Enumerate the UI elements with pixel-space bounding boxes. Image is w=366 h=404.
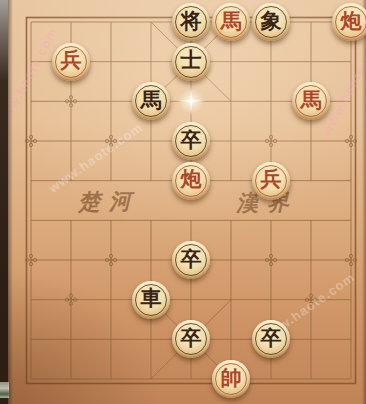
piece-black-elephant[interactable]: 象 (252, 3, 290, 41)
piece-black-advisor[interactable]: 士 (172, 43, 210, 81)
piece-glyph: 炮 (181, 169, 202, 190)
window-right-edge-shadow (362, 0, 366, 404)
piece-glyph: 兵 (261, 169, 282, 190)
piece-black-general[interactable]: 将 (172, 3, 210, 41)
piece-glyph: 車 (141, 288, 162, 309)
piece-glyph: 帥 (221, 368, 242, 389)
move-sparkle-effect (178, 88, 204, 114)
piece-glyph: 兵 (61, 50, 82, 71)
xiangqi-board[interactable]: 将馬象炮兵士馬馬卒炮兵卒車卒卒帥 (0, 0, 366, 404)
piece-red-cannon[interactable]: 炮 (332, 3, 366, 41)
piece-glyph: 馬 (141, 90, 162, 111)
piece-red-cannon[interactable]: 炮 (172, 162, 210, 200)
piece-red-general[interactable]: 帥 (212, 360, 250, 398)
window-left-edge-shadow (8, 0, 13, 404)
piece-glyph: 馬 (301, 90, 322, 111)
piece-glyph: 馬 (221, 11, 242, 32)
watermark-artifact (0, 382, 9, 398)
piece-glyph: 象 (261, 11, 282, 32)
piece-black-chariot[interactable]: 車 (132, 281, 170, 319)
piece-glyph: 卒 (181, 249, 202, 270)
piece-red-soldier[interactable]: 兵 (252, 162, 290, 200)
piece-black-horse[interactable]: 馬 (132, 82, 170, 120)
piece-glyph: 将 (181, 11, 202, 32)
xiangqi-app-screen: 楚河 漢界 将馬象炮兵士馬馬卒炮兵卒車卒卒帥 www.haote.com www… (0, 0, 366, 404)
piece-glyph: 炮 (341, 11, 362, 32)
piece-red-horse[interactable]: 馬 (292, 82, 330, 120)
piece-black-soldier[interactable]: 卒 (252, 320, 290, 358)
piece-glyph: 士 (181, 50, 202, 71)
piece-glyph: 卒 (261, 328, 282, 349)
piece-black-soldier[interactable]: 卒 (172, 320, 210, 358)
piece-glyph: 卒 (181, 130, 202, 151)
piece-glyph: 卒 (181, 328, 202, 349)
window-left-edge (0, 0, 8, 404)
piece-red-horse[interactable]: 馬 (212, 3, 250, 41)
piece-red-soldier[interactable]: 兵 (52, 43, 90, 81)
piece-black-soldier[interactable]: 卒 (172, 122, 210, 160)
piece-black-soldier[interactable]: 卒 (172, 241, 210, 279)
